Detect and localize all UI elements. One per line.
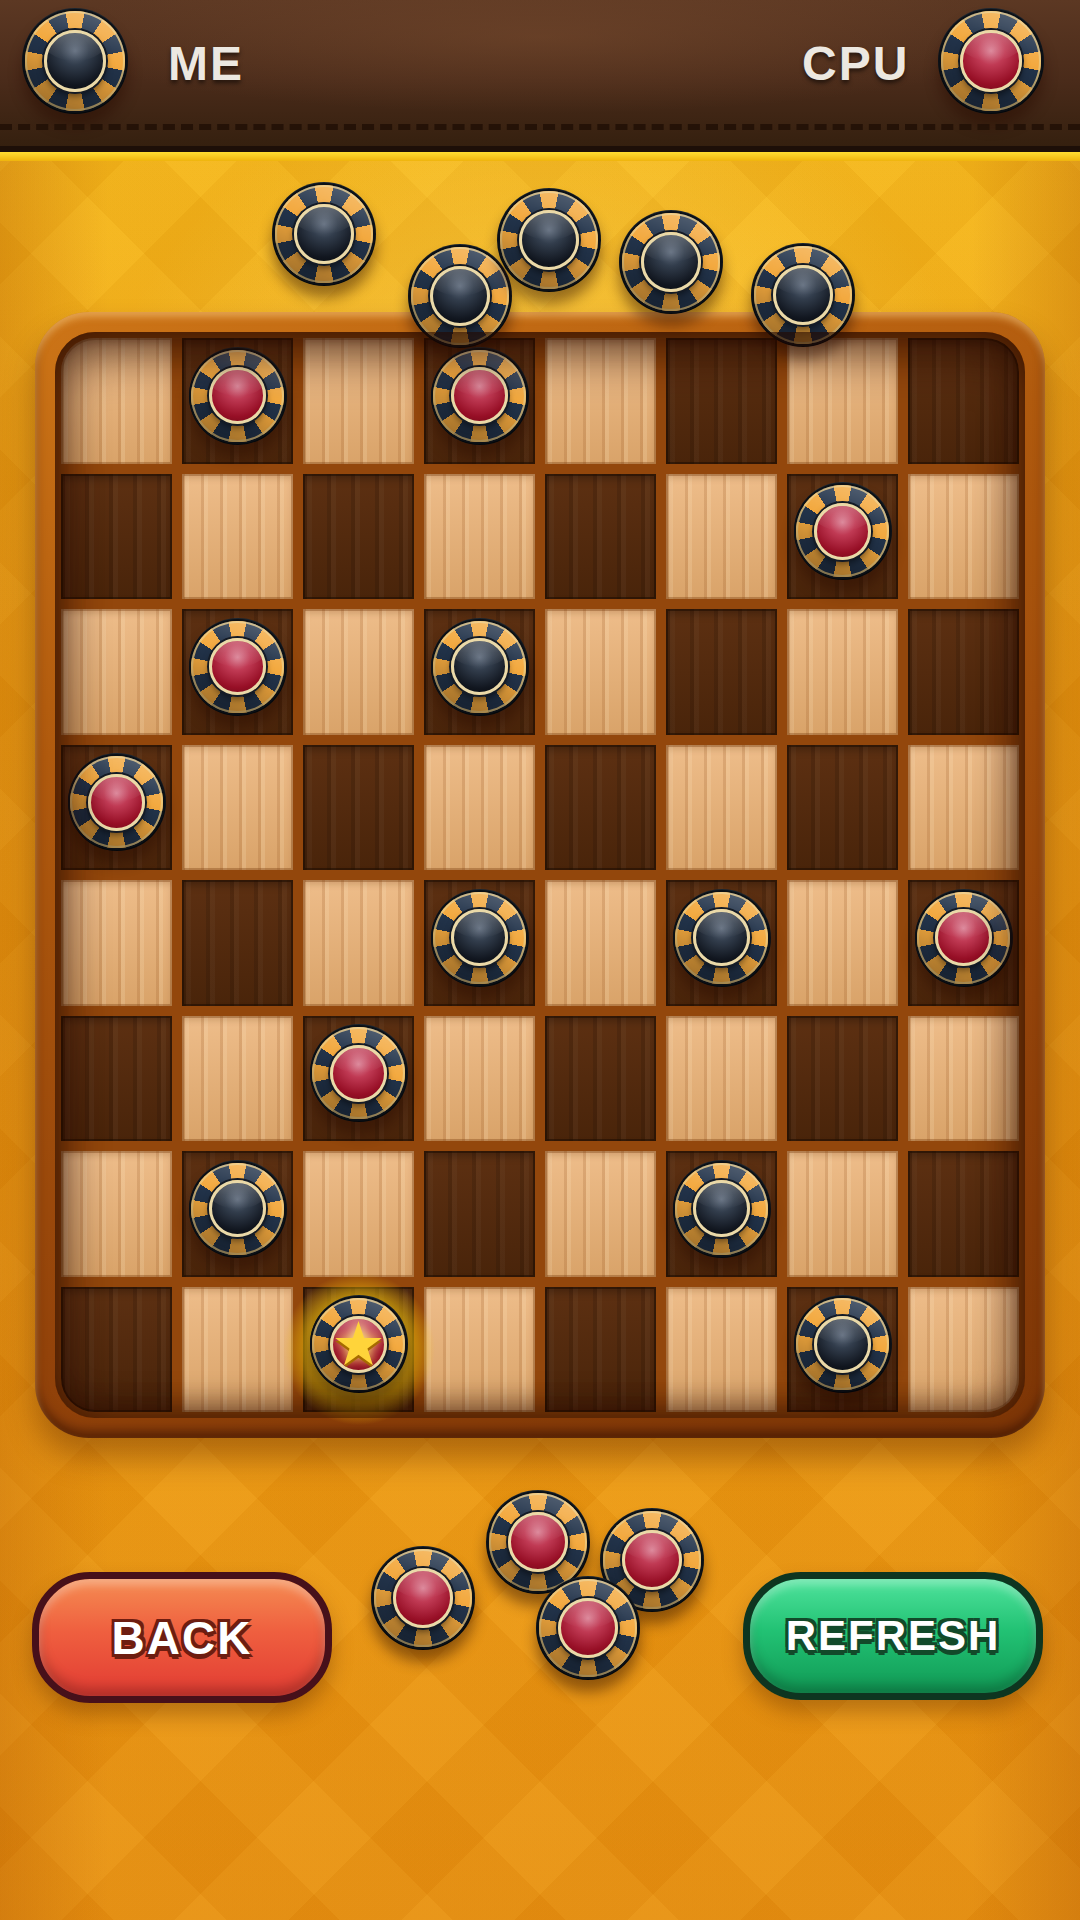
cpu-label: CPU [802,36,909,91]
piece-core [44,30,106,92]
black-checker-piece [22,8,128,114]
square-r2c8[interactable] [908,474,1019,600]
square-r6c4[interactable] [424,1016,535,1142]
piece-core [294,204,354,264]
square-r5c6[interactable] [666,880,777,1006]
square-r3c5[interactable] [545,609,656,735]
square-r4c5[interactable] [545,745,656,871]
black-checker-piece[interactable] [431,618,529,716]
checkers-board: ★ [35,312,1045,1438]
top-bar: ME CPU [0,0,1080,152]
square-r8c8[interactable] [908,1287,1019,1413]
square-r2c7[interactable] [787,474,898,600]
red-checker-piece[interactable] [68,753,166,851]
black-checker-piece [751,243,855,347]
square-r4c3[interactable] [303,745,414,871]
square-r8c3[interactable]: ★ [303,1287,414,1413]
square-r8c6[interactable] [666,1287,777,1413]
square-r4c4[interactable] [424,745,535,871]
captured-red-piece [371,1546,475,1650]
square-r4c6[interactable] [666,745,777,871]
square-r6c7[interactable] [787,1016,898,1142]
square-r6c3[interactable] [303,1016,414,1142]
square-r5c8[interactable] [908,880,1019,1006]
square-r5c1[interactable] [61,880,172,1006]
square-r2c1[interactable] [61,474,172,600]
piece-core [508,1512,568,1572]
red-checker-piece[interactable] [794,482,892,580]
black-checker-piece [272,182,376,286]
red-checker-piece[interactable] [189,347,287,445]
captured-black-piece [272,182,376,286]
square-r3c1[interactable] [61,609,172,735]
captured-black-piece [619,210,723,314]
red-checker-piece [371,1546,475,1650]
square-r7c8[interactable] [908,1151,1019,1277]
gold-strip [0,152,1080,161]
square-r5c7[interactable] [787,880,898,1006]
square-r1c6[interactable] [666,338,777,464]
square-r1c4[interactable] [424,338,535,464]
square-r7c4[interactable] [424,1151,535,1277]
piece-core [430,266,490,326]
square-r6c6[interactable] [666,1016,777,1142]
square-r2c6[interactable] [666,474,777,600]
square-r2c5[interactable] [545,474,656,600]
red-checker-piece [536,1576,640,1680]
square-r4c7[interactable] [787,745,898,871]
square-r1c7[interactable] [787,338,898,464]
square-r5c4[interactable] [424,880,535,1006]
square-r1c8[interactable] [908,338,1019,464]
square-r7c5[interactable] [545,1151,656,1277]
square-r6c8[interactable] [908,1016,1019,1142]
back-button-label: BACK [112,1611,253,1665]
refresh-button[interactable]: REFRESH [743,1572,1043,1700]
square-r3c2[interactable] [182,609,293,735]
square-r5c3[interactable] [303,880,414,1006]
red-checker-piece[interactable] [915,889,1013,987]
square-r7c6[interactable] [666,1151,777,1277]
square-r3c6[interactable] [666,609,777,735]
black-checker-piece [497,188,601,292]
back-button[interactable]: BACK [32,1572,332,1703]
captured-black-piece [751,243,855,347]
square-r4c2[interactable] [182,745,293,871]
square-r4c1[interactable] [61,745,172,871]
red-king-star-piece[interactable]: ★ [310,1295,408,1393]
square-r3c8[interactable] [908,609,1019,735]
black-checker-piece[interactable] [189,1160,287,1258]
captured-red-piece [536,1576,640,1680]
board-grid: ★ [55,332,1025,1418]
square-r3c7[interactable] [787,609,898,735]
black-checker-piece[interactable] [673,1160,771,1258]
piece-core [773,265,833,325]
square-r2c2[interactable] [182,474,293,600]
square-r8c1[interactable] [61,1287,172,1413]
square-r3c3[interactable] [303,609,414,735]
square-r1c1[interactable] [61,338,172,464]
square-r8c7[interactable] [787,1287,898,1413]
piece-core [558,1598,618,1658]
black-checker-piece [619,210,723,314]
red-checker-piece[interactable] [431,347,529,445]
leather-stitch-line [0,124,1080,130]
black-checker-piece[interactable] [431,889,529,987]
piece-core [519,210,579,270]
square-r6c2[interactable] [182,1016,293,1142]
game-screen: ME CPU ★ BACK REFRESH [0,0,1080,1920]
square-r5c2[interactable] [182,880,293,1006]
square-r6c5[interactable] [545,1016,656,1142]
square-r8c5[interactable] [545,1287,656,1413]
black-checker-piece[interactable] [673,889,771,987]
square-r2c3[interactable] [303,474,414,600]
refresh-button-label: REFRESH [786,1612,1001,1660]
square-r1c3[interactable] [303,338,414,464]
captured-black-piece [497,188,601,292]
red-checker-piece[interactable] [310,1024,408,1122]
star-icon: ★ [333,1319,384,1370]
cpu-avatar [938,8,1044,114]
me-avatar [22,8,128,114]
square-r5c5[interactable] [545,880,656,1006]
piece-core [393,1568,453,1628]
square-r1c5[interactable] [545,338,656,464]
square-r6c1[interactable] [61,1016,172,1142]
square-r1c2[interactable] [182,338,293,464]
red-checker-piece[interactable] [189,618,287,716]
square-r7c7[interactable] [787,1151,898,1277]
piece-core [641,232,701,292]
piece-core [960,30,1022,92]
square-r4c8[interactable] [908,745,1019,871]
square-r3c4[interactable] [424,609,535,735]
black-checker-piece[interactable] [794,1295,892,1393]
me-label: ME [168,36,244,91]
square-r2c4[interactable] [424,474,535,600]
red-checker-piece [938,8,1044,114]
square-r7c2[interactable] [182,1151,293,1277]
square-r7c1[interactable] [61,1151,172,1277]
